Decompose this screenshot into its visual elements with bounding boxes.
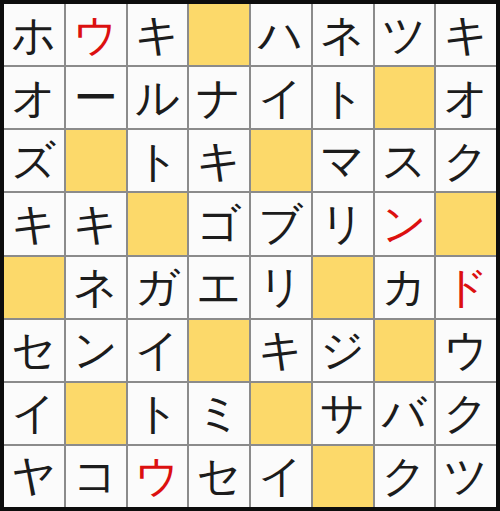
letter-cell[interactable]: ゴ (189, 193, 249, 254)
letter-cell[interactable]: ン (375, 193, 435, 254)
letter-cell[interactable]: ツ (436, 446, 496, 507)
letter-cell[interactable]: コ (66, 446, 126, 507)
letter-cell[interactable]: エ (189, 257, 249, 318)
letter-cell[interactable]: ド (436, 257, 496, 318)
letter-cell[interactable]: オ (4, 67, 64, 128)
letter-cell[interactable]: ミ (189, 383, 249, 444)
letter-cell[interactable]: キ (189, 130, 249, 191)
letter-cell[interactable]: ネ (66, 257, 126, 318)
letter-cell[interactable]: イ (251, 446, 311, 507)
letter-cell[interactable]: ウ (128, 446, 188, 507)
letter-cell[interactable]: セ (189, 446, 249, 507)
letter-cell[interactable]: ホ (4, 4, 64, 65)
blocked-cell (375, 320, 435, 381)
letter-cell[interactable]: ガ (128, 257, 188, 318)
letter-cell[interactable]: ー (66, 67, 126, 128)
letter-cell[interactable]: サ (313, 383, 373, 444)
letter-cell[interactable]: イ (251, 67, 311, 128)
letter-cell[interactable]: ク (436, 383, 496, 444)
blocked-cell (313, 257, 373, 318)
letter-cell[interactable]: ウ (66, 4, 126, 65)
letter-cell[interactable]: ジ (313, 320, 373, 381)
letter-cell[interactable]: キ (4, 193, 64, 254)
blocked-cell (189, 320, 249, 381)
blocked-cell (313, 446, 373, 507)
letter-cell[interactable]: セ (4, 320, 64, 381)
crossword-board: ホウキハネツキオールナイトオズトキマスクキキゴブリンネガエリカドセンイキジウイト… (0, 0, 500, 511)
letter-cell[interactable]: マ (313, 130, 373, 191)
letter-cell[interactable]: ネ (313, 4, 373, 65)
letter-cell[interactable]: ツ (375, 4, 435, 65)
letter-cell[interactable]: イ (4, 383, 64, 444)
letter-cell[interactable]: キ (436, 4, 496, 65)
letter-cell[interactable]: ト (313, 67, 373, 128)
letter-cell[interactable]: バ (375, 383, 435, 444)
blocked-cell (4, 257, 64, 318)
letter-cell[interactable]: ン (66, 320, 126, 381)
letter-cell[interactable]: キ (66, 193, 126, 254)
letter-cell[interactable]: ヤ (4, 446, 64, 507)
blocked-cell (66, 383, 126, 444)
letter-cell[interactable]: ス (375, 130, 435, 191)
blocked-cell (189, 4, 249, 65)
letter-cell[interactable]: ズ (4, 130, 64, 191)
letter-cell[interactable]: リ (313, 193, 373, 254)
letter-cell[interactable]: ハ (251, 4, 311, 65)
letter-cell[interactable]: キ (251, 320, 311, 381)
blocked-cell (251, 383, 311, 444)
blocked-cell (66, 130, 126, 191)
letter-cell[interactable]: ブ (251, 193, 311, 254)
blocked-cell (251, 130, 311, 191)
letter-cell[interactable]: オ (436, 67, 496, 128)
letter-cell[interactable]: ナ (189, 67, 249, 128)
blocked-cell (128, 193, 188, 254)
letter-cell[interactable]: ク (375, 446, 435, 507)
blocked-cell (436, 193, 496, 254)
letter-cell[interactable]: イ (128, 320, 188, 381)
letter-cell[interactable]: リ (251, 257, 311, 318)
letter-cell[interactable]: キ (128, 4, 188, 65)
letter-cell[interactable]: ル (128, 67, 188, 128)
letter-cell[interactable]: ウ (436, 320, 496, 381)
letter-cell[interactable]: ク (436, 130, 496, 191)
letter-cell[interactable]: ト (128, 130, 188, 191)
letter-cell[interactable]: ト (128, 383, 188, 444)
blocked-cell (375, 67, 435, 128)
letter-cell[interactable]: カ (375, 257, 435, 318)
